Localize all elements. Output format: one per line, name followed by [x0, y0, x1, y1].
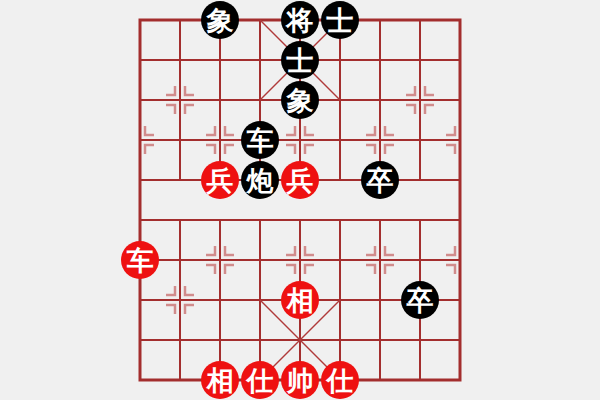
piece-black-elephant[interactable]: 象 — [281, 81, 319, 119]
piece-red-chariot[interactable]: 车 — [121, 241, 159, 279]
piece-black-elephant[interactable]: 象 — [201, 1, 239, 39]
xiangqi-app: 象将士士象车兵炮兵卒车相卒相仕帅仕 — [0, 0, 600, 400]
piece-red-general[interactable]: 帅 — [281, 361, 319, 399]
piece-red-pawn[interactable]: 兵 — [281, 161, 319, 199]
piece-black-general[interactable]: 将 — [281, 1, 319, 39]
piece-black-pawn[interactable]: 卒 — [401, 281, 439, 319]
piece-black-chariot[interactable]: 车 — [241, 121, 279, 159]
xiangqi-board[interactable]: 象将士士象车兵炮兵卒车相卒相仕帅仕 — [120, 0, 480, 400]
piece-red-elephant[interactable]: 相 — [281, 281, 319, 319]
piece-black-advisor[interactable]: 士 — [281, 41, 319, 79]
piece-black-advisor[interactable]: 士 — [321, 1, 359, 39]
piece-black-cannon[interactable]: 炮 — [241, 161, 279, 199]
piece-black-pawn[interactable]: 卒 — [361, 161, 399, 199]
piece-red-elephant[interactable]: 相 — [201, 361, 239, 399]
piece-red-advisor[interactable]: 仕 — [321, 361, 359, 399]
piece-red-pawn[interactable]: 兵 — [201, 161, 239, 199]
piece-red-advisor[interactable]: 仕 — [241, 361, 279, 399]
